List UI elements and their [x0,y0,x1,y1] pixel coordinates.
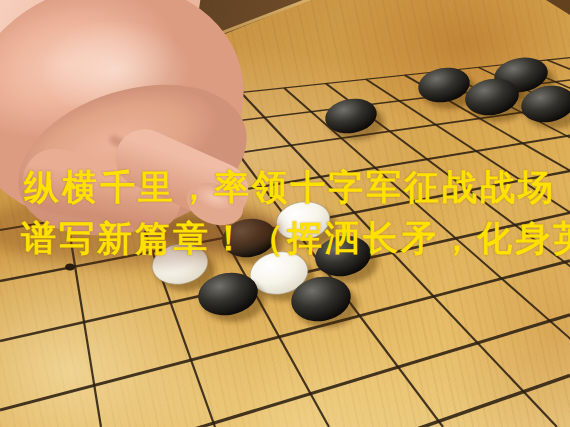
caption-line-2: 谱写新篇章！（挥洒长矛，化身英 [21,220,570,255]
star-point [65,263,75,270]
go-photo-thumbnail: 纵横千里，率领十字军征战战场 谱写新篇章！（挥洒长矛，化身英 [0,0,570,427]
caption-line-1: 纵横千里，率领十字军征战战场 [24,169,570,204]
